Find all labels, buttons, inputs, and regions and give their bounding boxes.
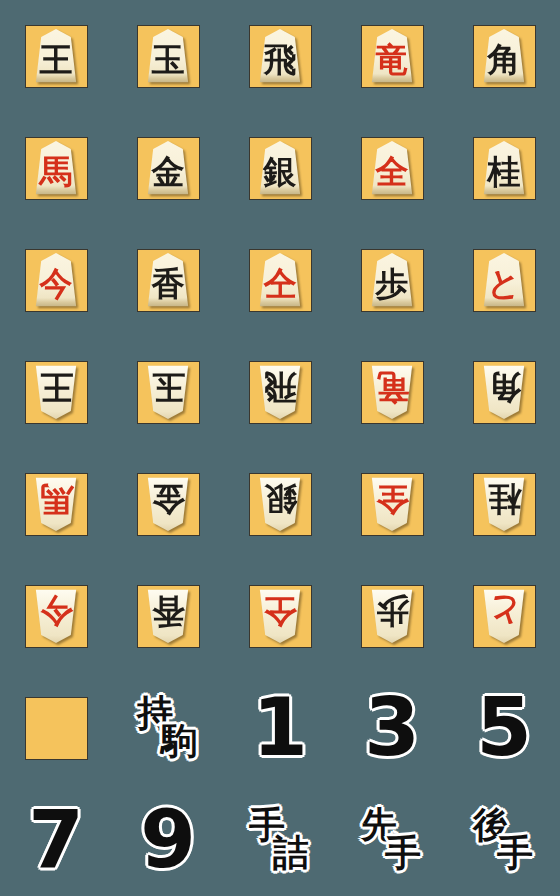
mochigoma-label-char-2: 駒: [161, 723, 197, 759]
emoji-cell-number-9[interactable]: 9: [112, 784, 224, 896]
outlined-number-3: 3: [364, 688, 420, 768]
piece-kanji: 金: [152, 155, 185, 188]
gold-tile-background: 仝: [249, 249, 312, 312]
shogi-piece-gote-pawn: 歩: [366, 588, 419, 644]
blank-gold-tile: [25, 697, 88, 760]
piece-shadow-wrap: 金: [142, 140, 195, 196]
emoji-cell-sente-lance[interactable]: 香: [112, 224, 224, 336]
emoji-cell-gote-tokin-promoted-pawn[interactable]: と: [448, 560, 560, 672]
gold-tile-background: 歩: [361, 585, 424, 648]
piece-shadow-wrap: 今: [30, 252, 83, 308]
gold-tile-background: 金: [137, 137, 200, 200]
piece-kanji: 香: [152, 595, 185, 628]
gold-tile-background: 今: [25, 585, 88, 648]
shogi-piece-gote-tokin-promoted-pawn: と: [478, 588, 531, 644]
gold-tile-background: 馬: [25, 473, 88, 536]
emoji-cell-blank-tile[interactable]: [0, 672, 112, 784]
gold-tile-background: 玉: [137, 25, 200, 88]
sente-label: 先手: [361, 807, 423, 873]
shogi-piece-sente-pawn: 歩: [366, 252, 419, 308]
emoji-cell-gote-promoted-lance-cursive-kyo[interactable]: 仝: [224, 560, 336, 672]
shogi-piece-sente-tokin-promoted-pawn: と: [478, 252, 531, 308]
emoji-cell-gote-horse-promoted-bishop[interactable]: 馬: [0, 448, 112, 560]
shogi-piece-sente-knight: 桂: [478, 140, 531, 196]
piece-kanji: 馬: [40, 483, 73, 516]
gold-tile-background: 王: [25, 361, 88, 424]
emoji-cell-gote-dragon-promoted-rook[interactable]: 竜: [336, 336, 448, 448]
emoji-cell-sente-dragon-promoted-rook[interactable]: 竜: [336, 0, 448, 112]
gold-tile-background: 全: [361, 473, 424, 536]
emoji-cell-sente-gold[interactable]: 金: [112, 112, 224, 224]
gold-tile-background: 馬: [25, 137, 88, 200]
piece-kanji: 角: [488, 43, 521, 76]
emoji-cell-sente-promoted-knight-cursive-kei[interactable]: 今: [0, 224, 112, 336]
gold-tile-background: 飛: [249, 361, 312, 424]
shogi-piece-sente-king-osho: 王: [30, 28, 83, 84]
shogi-emoji-sheet: 王玉飛竜角馬金銀全桂今香仝歩と王玉飛竜角馬金銀全桂今香仝歩と持駒13579手詰先…: [0, 0, 560, 896]
emoji-cell-sente-silver[interactable]: 銀: [224, 112, 336, 224]
piece-shadow-wrap: 玉: [142, 364, 195, 420]
gold-tile-background: 金: [137, 473, 200, 536]
shogi-piece-gote-rook: 飛: [254, 364, 307, 420]
shogi-piece-sente-dragon-promoted-rook: 竜: [366, 28, 419, 84]
shogi-piece-gote-promoted-knight-cursive-kei: 今: [30, 588, 83, 644]
gold-tile-background: 香: [137, 249, 200, 312]
piece-kanji: 金: [152, 483, 185, 516]
piece-kanji: 桂: [488, 155, 521, 188]
emoji-cell-gote-lance[interactable]: 香: [112, 560, 224, 672]
piece-shadow-wrap: 銀: [254, 476, 307, 532]
gold-tile-background: 角: [473, 361, 536, 424]
shogi-piece-gote-gold: 金: [142, 476, 195, 532]
gold-tile-background: 銀: [249, 137, 312, 200]
emoji-cell-sente-king-osho[interactable]: 王: [0, 0, 112, 112]
gold-tile-background: 銀: [249, 473, 312, 536]
piece-kanji: 全: [376, 155, 409, 188]
gold-tile-background: 歩: [361, 249, 424, 312]
shogi-piece-sente-lance: 香: [142, 252, 195, 308]
gold-tile-background: 香: [137, 585, 200, 648]
mochigoma-label: 持駒: [137, 695, 199, 761]
piece-shadow-wrap: 歩: [366, 588, 419, 644]
emoji-cell-gote-gold[interactable]: 金: [112, 448, 224, 560]
piece-shadow-wrap: 全: [366, 140, 419, 196]
emoji-cell-number-5[interactable]: 5: [448, 672, 560, 784]
piece-shadow-wrap: 竜: [366, 28, 419, 84]
piece-shadow-wrap: 角: [478, 364, 531, 420]
piece-shadow-wrap: 玉: [142, 28, 195, 84]
emoji-cell-sente-bishop[interactable]: 角: [448, 0, 560, 112]
piece-shadow-wrap: 銀: [254, 140, 307, 196]
gold-tile-background: と: [473, 585, 536, 648]
piece-shadow-wrap: と: [478, 588, 531, 644]
piece-shadow-wrap: 飛: [254, 28, 307, 84]
outlined-number-9: 9: [140, 800, 196, 880]
shogi-piece-sente-bishop: 角: [478, 28, 531, 84]
piece-kanji: 銀: [264, 155, 297, 188]
piece-kanji: 仝: [264, 267, 297, 300]
outlined-number-1: 1: [252, 688, 308, 768]
piece-kanji: 飛: [264, 371, 297, 404]
gold-tile-background: 桂: [473, 473, 536, 536]
emoji-cell-gote-knight[interactable]: 桂: [448, 448, 560, 560]
gold-tile-background: 飛: [249, 25, 312, 88]
gold-tile-background: と: [473, 249, 536, 312]
piece-shadow-wrap: 仝: [254, 252, 307, 308]
shogi-piece-gote-bishop: 角: [478, 364, 531, 420]
emoji-cell-gote-pawn[interactable]: 歩: [336, 560, 448, 672]
piece-shadow-wrap: 金: [142, 476, 195, 532]
emoji-cell-gote-silver[interactable]: 銀: [224, 448, 336, 560]
piece-shadow-wrap: 飛: [254, 364, 307, 420]
piece-kanji: 王: [40, 371, 73, 404]
emoji-cell-gote-king-gyokusho[interactable]: 玉: [112, 336, 224, 448]
gold-tile-background: 竜: [361, 25, 424, 88]
shogi-piece-sente-rook: 飛: [254, 28, 307, 84]
shogi-piece-sente-gold: 金: [142, 140, 195, 196]
piece-kanji: 歩: [376, 595, 409, 628]
piece-shadow-wrap: 馬: [30, 140, 83, 196]
piece-kanji: と: [487, 595, 521, 628]
piece-kanji: 仝: [264, 595, 297, 628]
tsume-label-char-2: 詰: [273, 835, 309, 871]
piece-kanji: 飛: [264, 43, 297, 76]
emoji-cell-number-1[interactable]: 1: [224, 672, 336, 784]
shogi-piece-gote-king-osho: 王: [30, 364, 83, 420]
emoji-cell-gote-rook[interactable]: 飛: [224, 336, 336, 448]
emoji-cell-number-7[interactable]: 7: [0, 784, 112, 896]
piece-shadow-wrap: 桂: [478, 476, 531, 532]
shogi-piece-gote-dragon-promoted-rook: 竜: [366, 364, 419, 420]
piece-kanji: と: [487, 267, 521, 300]
shogi-piece-sente-king-gyokusho: 玉: [142, 28, 195, 84]
piece-kanji: 歩: [376, 267, 409, 300]
piece-kanji: 香: [152, 267, 185, 300]
gote-label: 後手: [473, 807, 535, 873]
gold-tile-background: 王: [25, 25, 88, 88]
piece-kanji: 王: [40, 43, 73, 76]
piece-shadow-wrap: 馬: [30, 476, 83, 532]
outlined-number-5: 5: [476, 688, 532, 768]
emoji-cell-sente-rook[interactable]: 飛: [224, 0, 336, 112]
emoji-cell-sente-king-gyokusho[interactable]: 玉: [112, 0, 224, 112]
piece-shadow-wrap: 桂: [478, 140, 531, 196]
piece-shadow-wrap: 竜: [366, 364, 419, 420]
gold-tile-background: 今: [25, 249, 88, 312]
piece-shadow-wrap: 香: [142, 588, 195, 644]
shogi-piece-gote-lance: 香: [142, 588, 195, 644]
piece-kanji: 竜: [376, 371, 409, 404]
shogi-piece-sente-promoted-silver: 全: [366, 140, 419, 196]
emoji-cell-gote-bishop[interactable]: 角: [448, 336, 560, 448]
piece-shadow-wrap: 王: [30, 28, 83, 84]
emoji-cell-tsume-label[interactable]: 手詰: [224, 784, 336, 896]
shogi-piece-sente-silver: 銀: [254, 140, 307, 196]
emoji-cell-gote-king-osho[interactable]: 王: [0, 336, 112, 448]
emoji-cell-gote-promoted-silver[interactable]: 全: [336, 448, 448, 560]
tsume-label: 手詰: [249, 807, 311, 873]
shogi-piece-gote-promoted-silver: 全: [366, 476, 419, 532]
piece-shadow-wrap: 王: [30, 364, 83, 420]
piece-kanji: 竜: [376, 43, 409, 76]
piece-shadow-wrap: 仝: [254, 588, 307, 644]
piece-shadow-wrap: 今: [30, 588, 83, 644]
emoji-cell-mochigoma-label[interactable]: 持駒: [112, 672, 224, 784]
shogi-piece-gote-horse-promoted-bishop: 馬: [30, 476, 83, 532]
gold-tile-background: 竜: [361, 361, 424, 424]
emoji-cell-sente-tokin-promoted-pawn[interactable]: と: [448, 224, 560, 336]
gold-tile-background: 仝: [249, 585, 312, 648]
emoji-cell-sente-pawn[interactable]: 歩: [336, 224, 448, 336]
piece-shadow-wrap: 角: [478, 28, 531, 84]
shogi-piece-gote-knight: 桂: [478, 476, 531, 532]
piece-shadow-wrap: と: [478, 252, 531, 308]
emoji-cell-gote-promoted-knight-cursive-kei[interactable]: 今: [0, 560, 112, 672]
piece-kanji: 玉: [152, 371, 185, 404]
emoji-cell-sente-horse-promoted-bishop[interactable]: 馬: [0, 112, 112, 224]
piece-kanji: 馬: [40, 155, 73, 188]
piece-kanji: 今: [40, 595, 73, 628]
emoji-cell-number-3[interactable]: 3: [336, 672, 448, 784]
piece-shadow-wrap: 全: [366, 476, 419, 532]
piece-kanji: 銀: [264, 483, 297, 516]
emoji-cell-sente-promoted-silver[interactable]: 全: [336, 112, 448, 224]
sente-label-char-2: 手: [385, 835, 421, 871]
gold-tile-background: 全: [361, 137, 424, 200]
piece-kanji: 桂: [488, 483, 521, 516]
piece-kanji: 角: [488, 371, 521, 404]
piece-kanji: 今: [40, 267, 73, 300]
emoji-cell-sente-label[interactable]: 先手: [336, 784, 448, 896]
gold-tile-background: 桂: [473, 137, 536, 200]
gold-tile-background: 玉: [137, 361, 200, 424]
piece-shadow-wrap: 香: [142, 252, 195, 308]
gold-tile-background: 角: [473, 25, 536, 88]
emoji-cell-gote-label[interactable]: 後手: [448, 784, 560, 896]
shogi-piece-gote-silver: 銀: [254, 476, 307, 532]
shogi-piece-gote-promoted-lance-cursive-kyo: 仝: [254, 588, 307, 644]
piece-kanji: 全: [376, 483, 409, 516]
shogi-piece-sente-promoted-lance-cursive-kyo: 仝: [254, 252, 307, 308]
shogi-piece-gote-king-gyokusho: 玉: [142, 364, 195, 420]
emoji-cell-sente-knight[interactable]: 桂: [448, 112, 560, 224]
outlined-number-7: 7: [28, 800, 84, 880]
piece-kanji: 玉: [152, 43, 185, 76]
shogi-piece-sente-horse-promoted-bishop: 馬: [30, 140, 83, 196]
gote-label-char-2: 手: [497, 835, 533, 871]
emoji-cell-sente-promoted-lance-cursive-kyo[interactable]: 仝: [224, 224, 336, 336]
shogi-piece-sente-promoted-knight-cursive-kei: 今: [30, 252, 83, 308]
piece-shadow-wrap: 歩: [366, 252, 419, 308]
